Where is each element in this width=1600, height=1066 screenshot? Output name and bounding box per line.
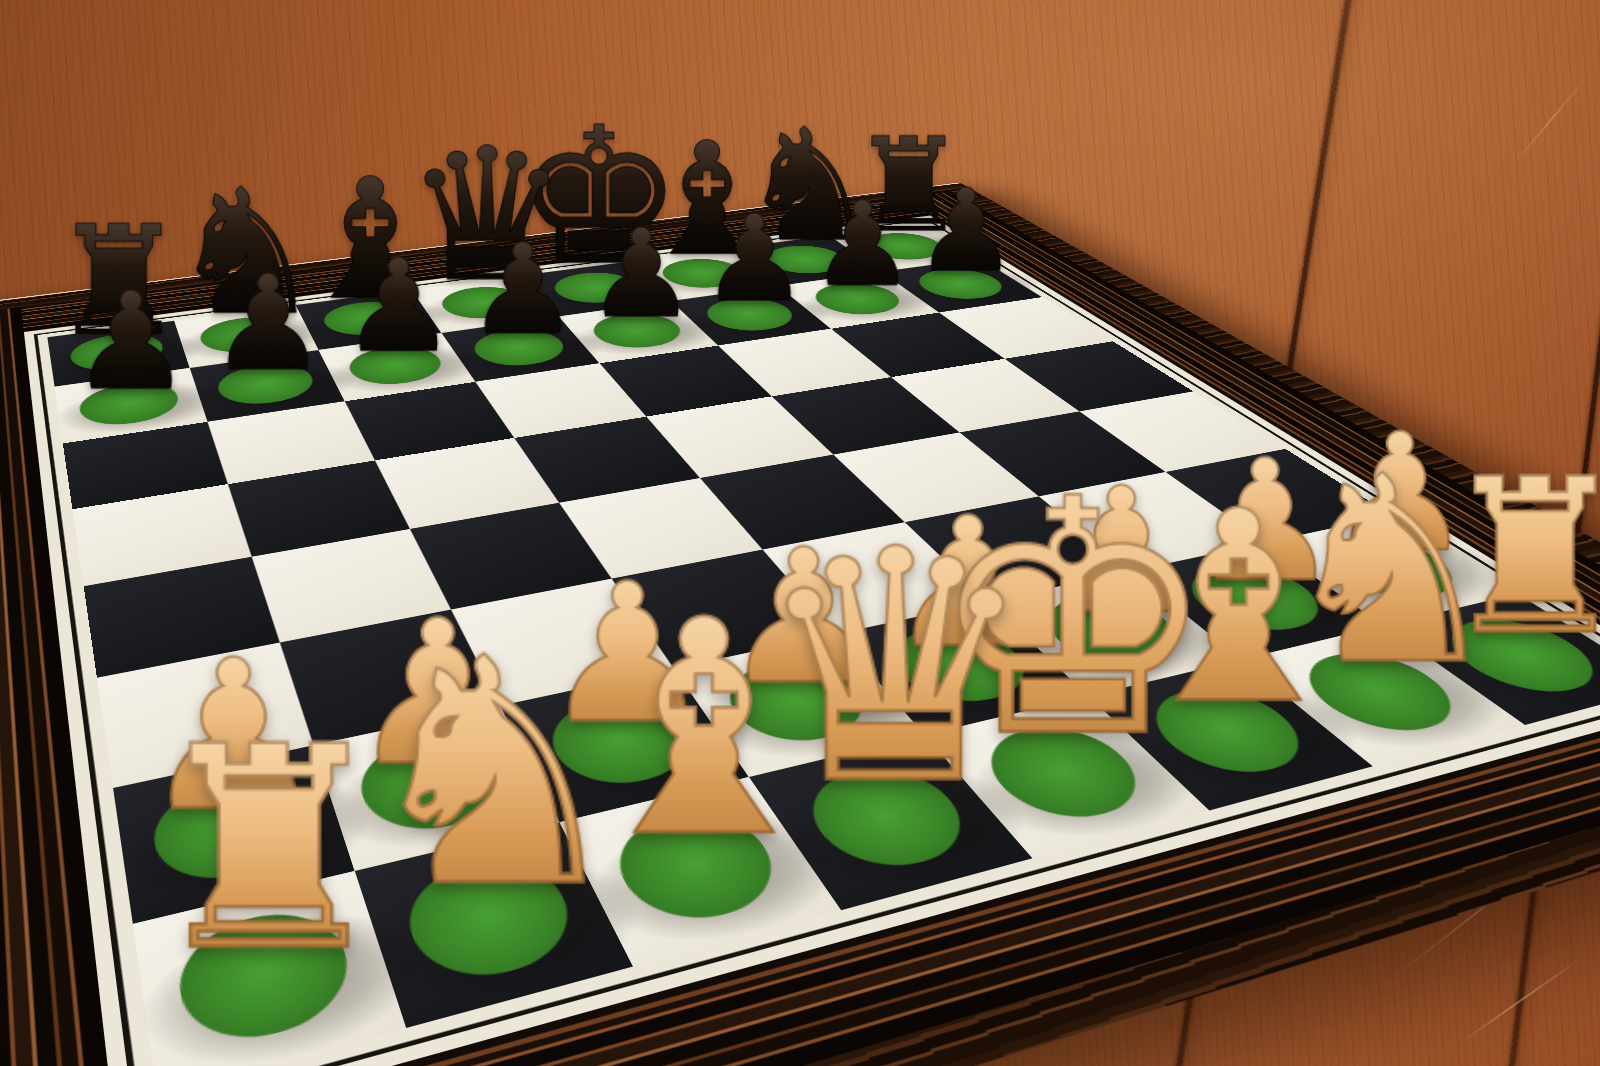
chess-scene: ♜♞♝♛♚♝♞♜♟♟♟♟♟♟♟♟♟♟♟♟♟♟♟♟♜♞♝♛♚♝♞♜	[0, 0, 1600, 1066]
board-playing-field: ♜♞♝♛♚♝♞♜♟♟♟♟♟♟♟♟♟♟♟♟♟♟♟♟♜♞♝♛♚♝♞♜	[47, 223, 1600, 1066]
board-edge-side: ♜♞♝♛♚♝♞♜♟♟♟♟♟♟♟♟♟♟♟♟♟♟♟♟♜♞♝♛♚♝♞♜	[0, 182, 1600, 1066]
piece-black-pawn-icon[interactable]: ♟	[328, 242, 468, 370]
table-surface: ♜♞♝♛♚♝♞♜♟♟♟♟♟♟♟♟♟♟♟♟♟♟♟♟♜♞♝♛♚♝♞♜ chess	[0, 0, 1600, 1066]
square-a6	[63, 422, 228, 509]
square-a1: ♜	[133, 871, 406, 1066]
piece-black-pawn-icon[interactable]: ♟	[196, 258, 340, 389]
piece-white-rook-icon[interactable]: ♜	[114, 710, 421, 989]
piece-black-pawn-icon[interactable]: ♟	[454, 228, 591, 353]
square-b6	[208, 401, 375, 484]
piece-black-pawn-icon[interactable]: ♟	[57, 275, 205, 409]
board-macassar-border: ♜♞♝♛♚♝♞♜♟♟♟♟♟♟♟♟♟♟♟♟♟♟♟♟♜♞♝♛♚♝♞♜	[0, 192, 1600, 1066]
board-white-inlay: ♜♞♝♛♚♝♞♜♟♟♟♟♟♟♟♟♟♟♟♟♟♟♟♟♜♞♝♛♚♝♞♜	[24, 216, 1600, 1066]
chess-board: ♜♞♝♛♚♝♞♜♟♟♟♟♟♟♟♟♟♟♟♟♟♟♟♟♜♞♝♛♚♝♞♜	[0, 182, 1600, 1066]
piece-black-pawn-icon[interactable]: ♟	[574, 213, 708, 335]
